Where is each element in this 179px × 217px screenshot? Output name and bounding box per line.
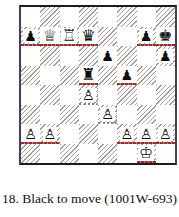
piece-black-king-h7: ♚: [157, 28, 173, 44]
square-a2: ♙: [21, 124, 40, 144]
square-g4: [137, 85, 156, 105]
square-c4: [60, 85, 79, 105]
square-b5: [40, 66, 59, 86]
square-e5: [98, 66, 117, 86]
square-b3: [40, 105, 59, 125]
square-e1: [98, 144, 117, 164]
square-g8: [137, 7, 156, 27]
square-a3: [21, 105, 40, 125]
square-a1: [21, 144, 40, 164]
piece-white-pawn-e3: ♙: [100, 107, 115, 121]
piece-black-pawn-g7: ♟: [139, 29, 154, 43]
piece-black-pawn-f5: ♟: [120, 68, 135, 82]
piece-white-rook-c7: ♖: [61, 28, 77, 44]
square-c5: [60, 66, 79, 86]
square-d5: ♜: [79, 66, 98, 86]
square-f3: [117, 105, 136, 125]
piece-white-pawn-f2: ♙: [120, 127, 135, 141]
square-c3: [60, 105, 79, 125]
square-e3: ♙: [98, 105, 117, 125]
square-a7: ♟: [21, 27, 40, 47]
square-c1: [60, 144, 79, 164]
square-b6: [40, 46, 59, 66]
diagram-caption: 18. Black to move (1001W-693): [0, 191, 179, 207]
piece-black-pawn-a7: ♟: [23, 29, 38, 43]
piece-black-queen-d7: ♛: [80, 28, 96, 44]
square-g5: [137, 66, 156, 86]
square-a4: [21, 85, 40, 105]
piece-white-pawn-b2: ♙: [43, 127, 58, 141]
square-e2: [98, 124, 117, 144]
chess-board: ♟♕♖♛♟♚♟♟♜♟♙♙♙♙♙♙♙♔: [21, 7, 175, 163]
square-b2: ♙: [40, 124, 59, 144]
square-e4: [98, 85, 117, 105]
square-g7: ♟: [137, 27, 156, 47]
piece-white-pawn-d4: ♙: [81, 88, 96, 102]
square-h6: ♟: [156, 46, 175, 66]
piece-white-king-g1: ♔: [138, 145, 154, 161]
square-a6: [21, 46, 40, 66]
square-f2: ♙: [117, 124, 136, 144]
piece-black-pawn-e6: ♟: [100, 49, 115, 63]
square-b4: [40, 85, 59, 105]
square-g1: ♔: [137, 144, 156, 164]
square-e6: ♟: [98, 46, 117, 66]
square-h2: ♙: [156, 124, 175, 144]
square-d7: ♛: [79, 27, 98, 47]
square-b8: [40, 7, 59, 27]
square-b1: [40, 144, 59, 164]
square-f8: [117, 7, 136, 27]
piece-white-pawn-g2: ♙: [139, 127, 154, 141]
square-c7: ♖: [60, 27, 79, 47]
square-d8: [79, 7, 98, 27]
piece-black-rook-d5: ♜: [80, 67, 96, 83]
square-g6: [137, 46, 156, 66]
square-h1: [156, 144, 175, 164]
square-h5: [156, 66, 175, 86]
square-e7: [98, 27, 117, 47]
square-c2: [60, 124, 79, 144]
square-h8: [156, 7, 175, 27]
square-b7: ♕: [40, 27, 59, 47]
square-f4: [117, 85, 136, 105]
square-f6: [117, 46, 136, 66]
square-h3: [156, 105, 175, 125]
square-h7: ♚: [156, 27, 175, 47]
square-g3: [137, 105, 156, 125]
square-f7: [117, 27, 136, 47]
piece-white-pawn-a2: ♙: [23, 127, 38, 141]
square-d2: [79, 124, 98, 144]
square-e8: [98, 7, 117, 27]
square-f5: ♟: [117, 66, 136, 86]
piece-black-pawn-h6: ♟: [158, 49, 173, 63]
piece-white-queen-b7: ♕: [42, 28, 58, 44]
square-d4: ♙: [79, 85, 98, 105]
square-g2: ♙: [137, 124, 156, 144]
piece-white-pawn-h2: ♙: [158, 127, 173, 141]
square-a5: [21, 66, 40, 86]
square-d6: [79, 46, 98, 66]
square-f1: [117, 144, 136, 164]
square-d1: [79, 144, 98, 164]
square-c8: [60, 7, 79, 27]
chess-board-frame: ♟♕♖♛♟♚♟♟♜♟♙♙♙♙♙♙♙♔: [19, 5, 177, 165]
square-d3: [79, 105, 98, 125]
square-c6: [60, 46, 79, 66]
square-a8: [21, 7, 40, 27]
square-h4: [156, 85, 175, 105]
